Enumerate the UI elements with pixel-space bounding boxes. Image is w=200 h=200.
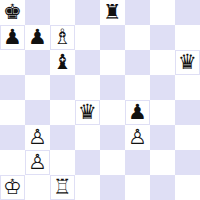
piece-white-pawn[interactable]: ♙ <box>126 126 149 149</box>
square-g5[interactable] <box>150 75 175 100</box>
square-a7[interactable]: ♟ <box>0 25 25 50</box>
square-e2[interactable] <box>100 150 125 175</box>
square-f4[interactable]: ♟ <box>125 100 150 125</box>
square-a4[interactable] <box>0 100 25 125</box>
square-h4[interactable] <box>175 100 200 125</box>
piece-white-rook[interactable]: ♖ <box>51 176 74 199</box>
square-b8[interactable] <box>25 0 50 25</box>
square-d5[interactable] <box>75 75 100 100</box>
white-rook-icon: ♖ <box>53 176 72 199</box>
square-b4[interactable] <box>25 100 50 125</box>
square-f5[interactable] <box>125 75 150 100</box>
square-e8[interactable]: ♜ <box>100 0 125 25</box>
square-g1[interactable] <box>150 175 175 200</box>
square-c5[interactable] <box>50 75 75 100</box>
square-a3[interactable] <box>0 125 25 150</box>
square-c2[interactable] <box>50 150 75 175</box>
piece-white-pawn[interactable]: ♙ <box>26 126 49 149</box>
square-d6[interactable] <box>75 50 100 75</box>
white-pawn-icon: ♙ <box>28 126 47 149</box>
piece-black-pawn[interactable]: ♟ <box>26 26 49 49</box>
black-king-icon: ♚ <box>3 1 22 24</box>
square-g7[interactable] <box>150 25 175 50</box>
square-g4[interactable] <box>150 100 175 125</box>
square-b7[interactable]: ♟ <box>25 25 50 50</box>
square-e5[interactable] <box>100 75 125 100</box>
square-d2[interactable] <box>75 150 100 175</box>
square-h7[interactable] <box>175 25 200 50</box>
piece-black-queen[interactable]: ♛ <box>176 51 199 74</box>
piece-black-rook[interactable]: ♜ <box>101 1 124 24</box>
square-g2[interactable] <box>150 150 175 175</box>
square-f1[interactable] <box>125 175 150 200</box>
square-c1[interactable]: ♖ <box>50 175 75 200</box>
square-h5[interactable] <box>175 75 200 100</box>
white-king-icon: ♔ <box>3 176 22 199</box>
square-d8[interactable] <box>75 0 100 25</box>
piece-white-king[interactable]: ♔ <box>1 176 24 199</box>
square-e4[interactable] <box>100 100 125 125</box>
square-a6[interactable] <box>0 50 25 75</box>
square-f8[interactable] <box>125 0 150 25</box>
black-queen-icon: ♛ <box>78 101 97 124</box>
square-e7[interactable] <box>100 25 125 50</box>
black-pawn-icon: ♟ <box>128 101 147 124</box>
square-e3[interactable] <box>100 125 125 150</box>
piece-black-pawn[interactable]: ♟ <box>126 101 149 124</box>
white-pawn-icon: ♙ <box>128 126 147 149</box>
square-b2[interactable]: ♙ <box>25 150 50 175</box>
square-d1[interactable] <box>75 175 100 200</box>
square-a5[interactable] <box>0 75 25 100</box>
piece-black-bishop[interactable]: ♝ <box>51 51 74 74</box>
square-c3[interactable] <box>50 125 75 150</box>
square-b3[interactable]: ♙ <box>25 125 50 150</box>
square-c6[interactable]: ♝ <box>50 50 75 75</box>
square-g8[interactable] <box>150 0 175 25</box>
square-c8[interactable] <box>50 0 75 25</box>
piece-black-queen[interactable]: ♛ <box>76 101 99 124</box>
square-e1[interactable] <box>100 175 125 200</box>
square-b5[interactable] <box>25 75 50 100</box>
square-a1[interactable]: ♔ <box>0 175 25 200</box>
piece-white-bishop[interactable]: ♗ <box>51 26 74 49</box>
black-queen-icon: ♛ <box>178 51 197 74</box>
square-b6[interactable] <box>25 50 50 75</box>
square-b1[interactable] <box>25 175 50 200</box>
square-a8[interactable]: ♚ <box>0 0 25 25</box>
square-f7[interactable] <box>125 25 150 50</box>
black-bishop-icon: ♝ <box>53 51 72 74</box>
square-h1[interactable] <box>175 175 200 200</box>
black-rook-icon: ♜ <box>103 1 122 24</box>
square-d7[interactable] <box>75 25 100 50</box>
square-d3[interactable] <box>75 125 100 150</box>
square-c7[interactable]: ♗ <box>50 25 75 50</box>
square-f2[interactable] <box>125 150 150 175</box>
black-pawn-icon: ♟ <box>3 26 22 49</box>
square-h8[interactable] <box>175 0 200 25</box>
square-c4[interactable] <box>50 100 75 125</box>
white-bishop-icon: ♗ <box>53 26 72 49</box>
square-f6[interactable] <box>125 50 150 75</box>
square-a2[interactable] <box>0 150 25 175</box>
square-h2[interactable] <box>175 150 200 175</box>
square-g3[interactable] <box>150 125 175 150</box>
piece-white-pawn[interactable]: ♙ <box>26 151 49 174</box>
black-pawn-icon: ♟ <box>28 26 47 49</box>
chess-board: ♚♜♟♟♗♝♛♛♟♙♙♙♔♖ <box>0 0 200 200</box>
square-f3[interactable]: ♙ <box>125 125 150 150</box>
square-d4[interactable]: ♛ <box>75 100 100 125</box>
square-g6[interactable] <box>150 50 175 75</box>
piece-black-pawn[interactable]: ♟ <box>1 26 24 49</box>
square-h3[interactable] <box>175 125 200 150</box>
square-e6[interactable] <box>100 50 125 75</box>
square-h6[interactable]: ♛ <box>175 50 200 75</box>
white-pawn-icon: ♙ <box>28 151 47 174</box>
piece-black-king[interactable]: ♚ <box>1 1 24 24</box>
